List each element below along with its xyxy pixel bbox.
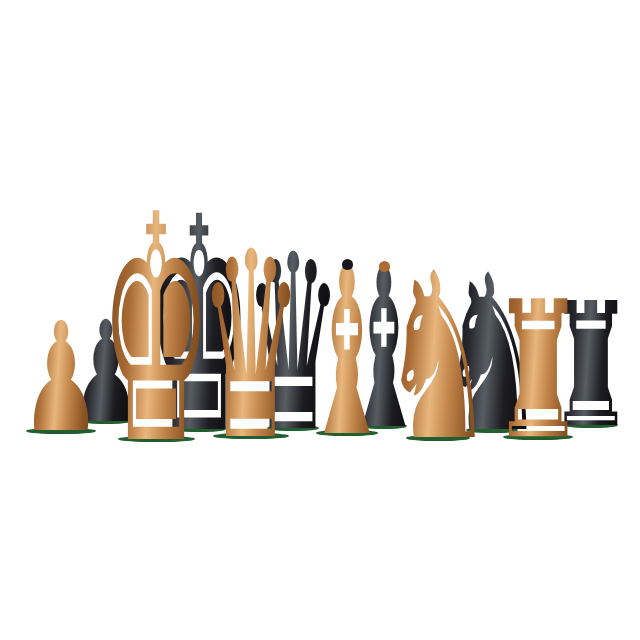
ebonized-finial-knob: [342, 259, 353, 270]
piece-boxwood-knight: ♞: [380, 243, 495, 473]
boxwood-finial-knob: [379, 261, 390, 272]
piece-boxwood-queen: ♛: [199, 218, 303, 476]
piece-boxwood-bishop: ♝: [303, 237, 390, 469]
piece-boxwood-king: ♚: [100, 174, 212, 487]
product-photo: ♟♟♚♚♛♛♝♝♞♞♜♜: [0, 0, 640, 640]
piece-boxwood-rook: ♜: [491, 277, 584, 466]
piece-boxwood-pawn: ♟: [20, 303, 101, 454]
